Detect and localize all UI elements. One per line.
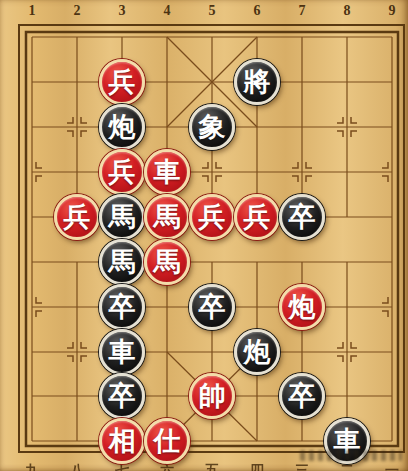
piece-red-file6-rank4[interactable]: 兵 <box>234 194 280 240</box>
file-label-top-2: 2 <box>74 4 81 18</box>
piece-black-file3-rank8[interactable]: 卒 <box>99 373 145 419</box>
piece-red-file3-rank3[interactable]: 兵 <box>99 149 145 195</box>
piece-black-file3-rank4[interactable]: 馬 <box>99 194 145 240</box>
file-label-bottom-8: 二 <box>340 464 354 471</box>
file-label-top-9: 9 <box>389 4 396 18</box>
piece-black-file3-rank2[interactable]: 炮 <box>99 104 145 150</box>
file-label-top-4: 4 <box>164 4 171 18</box>
file-label-bottom-9: 一 <box>385 464 399 471</box>
piece-red-file5-rank8[interactable]: 帥 <box>189 373 235 419</box>
file-label-top-7: 7 <box>299 4 306 18</box>
file-label-bottom-6: 四 <box>250 464 264 471</box>
file-label-top-3: 3 <box>119 4 126 18</box>
piece-black-file3-rank6[interactable]: 卒 <box>99 284 145 330</box>
file-label-bottom-7: 三 <box>295 464 309 471</box>
file-label-top-1: 1 <box>29 4 36 18</box>
piece-black-file8-rank9[interactable]: 車 <box>324 418 370 464</box>
piece-red-file7-rank6[interactable]: 炮 <box>279 284 325 330</box>
piece-red-file3-rank1[interactable]: 兵 <box>99 59 145 105</box>
piece-black-file6-rank1[interactable]: 將 <box>234 59 280 105</box>
piece-red-file4-rank9[interactable]: 仕 <box>144 418 190 464</box>
xiangqi-app-screen: 123456789 九八七六五四三二一 兵將炮象兵車兵馬馬兵兵卒馬馬卒卒炮車炮卒… <box>0 0 408 471</box>
piece-red-file4-rank5[interactable]: 馬 <box>144 239 190 285</box>
file-label-bottom-1: 九 <box>25 464 39 471</box>
piece-black-file5-rank2[interactable]: 象 <box>189 104 235 150</box>
piece-black-file6-rank7[interactable]: 炮 <box>234 329 280 375</box>
file-label-top-8: 8 <box>344 4 351 18</box>
piece-red-file2-rank4[interactable]: 兵 <box>54 194 100 240</box>
piece-black-file5-rank6[interactable]: 卒 <box>189 284 235 330</box>
piece-red-file3-rank9[interactable]: 相 <box>99 418 145 464</box>
file-label-bottom-2: 八 <box>70 464 84 471</box>
file-label-bottom-3: 七 <box>115 464 129 471</box>
file-label-top-5: 5 <box>209 4 216 18</box>
piece-black-file7-rank4[interactable]: 卒 <box>279 194 325 240</box>
piece-red-file4-rank3[interactable]: 車 <box>144 149 190 195</box>
file-label-top-6: 6 <box>254 4 261 18</box>
file-label-bottom-4: 六 <box>160 464 174 471</box>
piece-black-file3-rank7[interactable]: 車 <box>99 329 145 375</box>
piece-black-file3-rank5[interactable]: 馬 <box>99 239 145 285</box>
file-label-bottom-5: 五 <box>205 464 219 471</box>
piece-red-file5-rank4[interactable]: 兵 <box>189 194 235 240</box>
piece-red-file4-rank4[interactable]: 馬 <box>144 194 190 240</box>
piece-black-file7-rank8[interactable]: 卒 <box>279 373 325 419</box>
